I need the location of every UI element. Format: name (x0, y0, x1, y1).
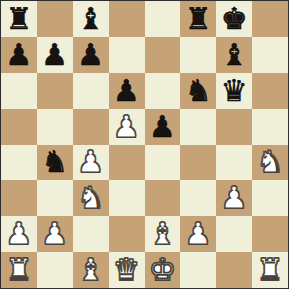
square-c4[interactable]: ♟ (73, 145, 109, 181)
square-e5[interactable]: ♟ (145, 109, 181, 145)
square-b3[interactable] (37, 180, 73, 216)
square-e7[interactable] (145, 37, 181, 73)
square-e6[interactable] (145, 73, 181, 109)
square-g1[interactable] (216, 252, 252, 288)
square-a1[interactable]: ♜ (1, 252, 37, 288)
piece-black-pawn[interactable]: ♟ (5, 40, 32, 70)
piece-black-rook[interactable]: ♜ (5, 4, 32, 34)
board-grid: ♜♝♜♚♟♟♟♝♟♞♛♟♟♞♟♞♞♟♟♟♝♟♜♝♛♚♜ (1, 1, 288, 288)
square-d6[interactable]: ♟ (109, 73, 145, 109)
square-g3[interactable]: ♟ (216, 180, 252, 216)
square-f5[interactable] (180, 109, 216, 145)
square-e3[interactable] (145, 180, 181, 216)
square-g6[interactable]: ♛ (216, 73, 252, 109)
square-c6[interactable] (73, 73, 109, 109)
piece-white-rook[interactable]: ♜ (5, 255, 32, 285)
piece-white-pawn[interactable]: ♟ (185, 219, 212, 249)
piece-black-pawn[interactable]: ♟ (113, 76, 140, 106)
square-a5[interactable] (1, 109, 37, 145)
square-a4[interactable] (1, 145, 37, 181)
square-b2[interactable]: ♟ (37, 216, 73, 252)
square-e8[interactable] (145, 1, 181, 37)
piece-black-pawn[interactable]: ♟ (77, 40, 104, 70)
square-b6[interactable] (37, 73, 73, 109)
square-e1[interactable]: ♚ (145, 252, 181, 288)
square-a3[interactable] (1, 180, 37, 216)
square-d5[interactable]: ♟ (109, 109, 145, 145)
piece-black-knight[interactable]: ♞ (185, 76, 212, 106)
piece-white-rook[interactable]: ♜ (257, 255, 284, 285)
square-f1[interactable] (180, 252, 216, 288)
square-e2[interactable]: ♝ (145, 216, 181, 252)
square-f8[interactable]: ♜ (180, 1, 216, 37)
square-h7[interactable] (252, 37, 288, 73)
square-d8[interactable] (109, 1, 145, 37)
piece-black-rook[interactable]: ♜ (185, 4, 212, 34)
square-c3[interactable]: ♞ (73, 180, 109, 216)
square-f6[interactable]: ♞ (180, 73, 216, 109)
piece-white-bishop[interactable]: ♝ (77, 255, 104, 285)
piece-black-pawn[interactable]: ♟ (41, 40, 68, 70)
piece-white-knight[interactable]: ♞ (257, 147, 284, 177)
square-c5[interactable] (73, 109, 109, 145)
square-g5[interactable] (216, 109, 252, 145)
square-a8[interactable]: ♜ (1, 1, 37, 37)
piece-white-queen[interactable]: ♛ (113, 255, 140, 285)
square-c8[interactable]: ♝ (73, 1, 109, 37)
square-f3[interactable] (180, 180, 216, 216)
square-b7[interactable]: ♟ (37, 37, 73, 73)
piece-white-bishop[interactable]: ♝ (149, 219, 176, 249)
square-g4[interactable] (216, 145, 252, 181)
square-h4[interactable]: ♞ (252, 145, 288, 181)
square-h5[interactable] (252, 109, 288, 145)
square-h1[interactable]: ♜ (252, 252, 288, 288)
square-h8[interactable] (252, 1, 288, 37)
square-d1[interactable]: ♛ (109, 252, 145, 288)
piece-black-queen[interactable]: ♛ (221, 76, 248, 106)
square-b5[interactable] (37, 109, 73, 145)
square-h6[interactable] (252, 73, 288, 109)
square-h3[interactable] (252, 180, 288, 216)
square-c1[interactable]: ♝ (73, 252, 109, 288)
piece-black-pawn[interactable]: ♟ (149, 112, 176, 142)
square-f2[interactable]: ♟ (180, 216, 216, 252)
square-d7[interactable] (109, 37, 145, 73)
square-g8[interactable]: ♚ (216, 1, 252, 37)
square-f7[interactable] (180, 37, 216, 73)
chess-board: ♜♝♜♚♟♟♟♝♟♞♛♟♟♞♟♞♞♟♟♟♝♟♜♝♛♚♜ (0, 0, 289, 289)
square-a2[interactable]: ♟ (1, 216, 37, 252)
piece-black-king[interactable]: ♚ (221, 4, 248, 34)
square-c2[interactable] (73, 216, 109, 252)
square-a6[interactable] (1, 73, 37, 109)
square-d4[interactable] (109, 145, 145, 181)
square-d3[interactable] (109, 180, 145, 216)
piece-white-pawn[interactable]: ♟ (221, 183, 248, 213)
piece-white-king[interactable]: ♚ (149, 255, 176, 285)
piece-white-pawn[interactable]: ♟ (41, 219, 68, 249)
square-g2[interactable] (216, 216, 252, 252)
square-a7[interactable]: ♟ (1, 37, 37, 73)
piece-black-bishop[interactable]: ♝ (221, 40, 248, 70)
square-b1[interactable] (37, 252, 73, 288)
piece-white-knight[interactable]: ♞ (77, 183, 104, 213)
piece-white-pawn[interactable]: ♟ (77, 147, 104, 177)
square-b4[interactable]: ♞ (37, 145, 73, 181)
square-d2[interactable] (109, 216, 145, 252)
piece-black-knight[interactable]: ♞ (41, 147, 68, 177)
square-g7[interactable]: ♝ (216, 37, 252, 73)
square-c7[interactable]: ♟ (73, 37, 109, 73)
square-b8[interactable] (37, 1, 73, 37)
square-e4[interactable] (145, 145, 181, 181)
piece-white-pawn[interactable]: ♟ (113, 112, 140, 142)
piece-white-pawn[interactable]: ♟ (5, 219, 32, 249)
square-f4[interactable] (180, 145, 216, 181)
piece-black-bishop[interactable]: ♝ (77, 4, 104, 34)
square-h2[interactable] (252, 216, 288, 252)
